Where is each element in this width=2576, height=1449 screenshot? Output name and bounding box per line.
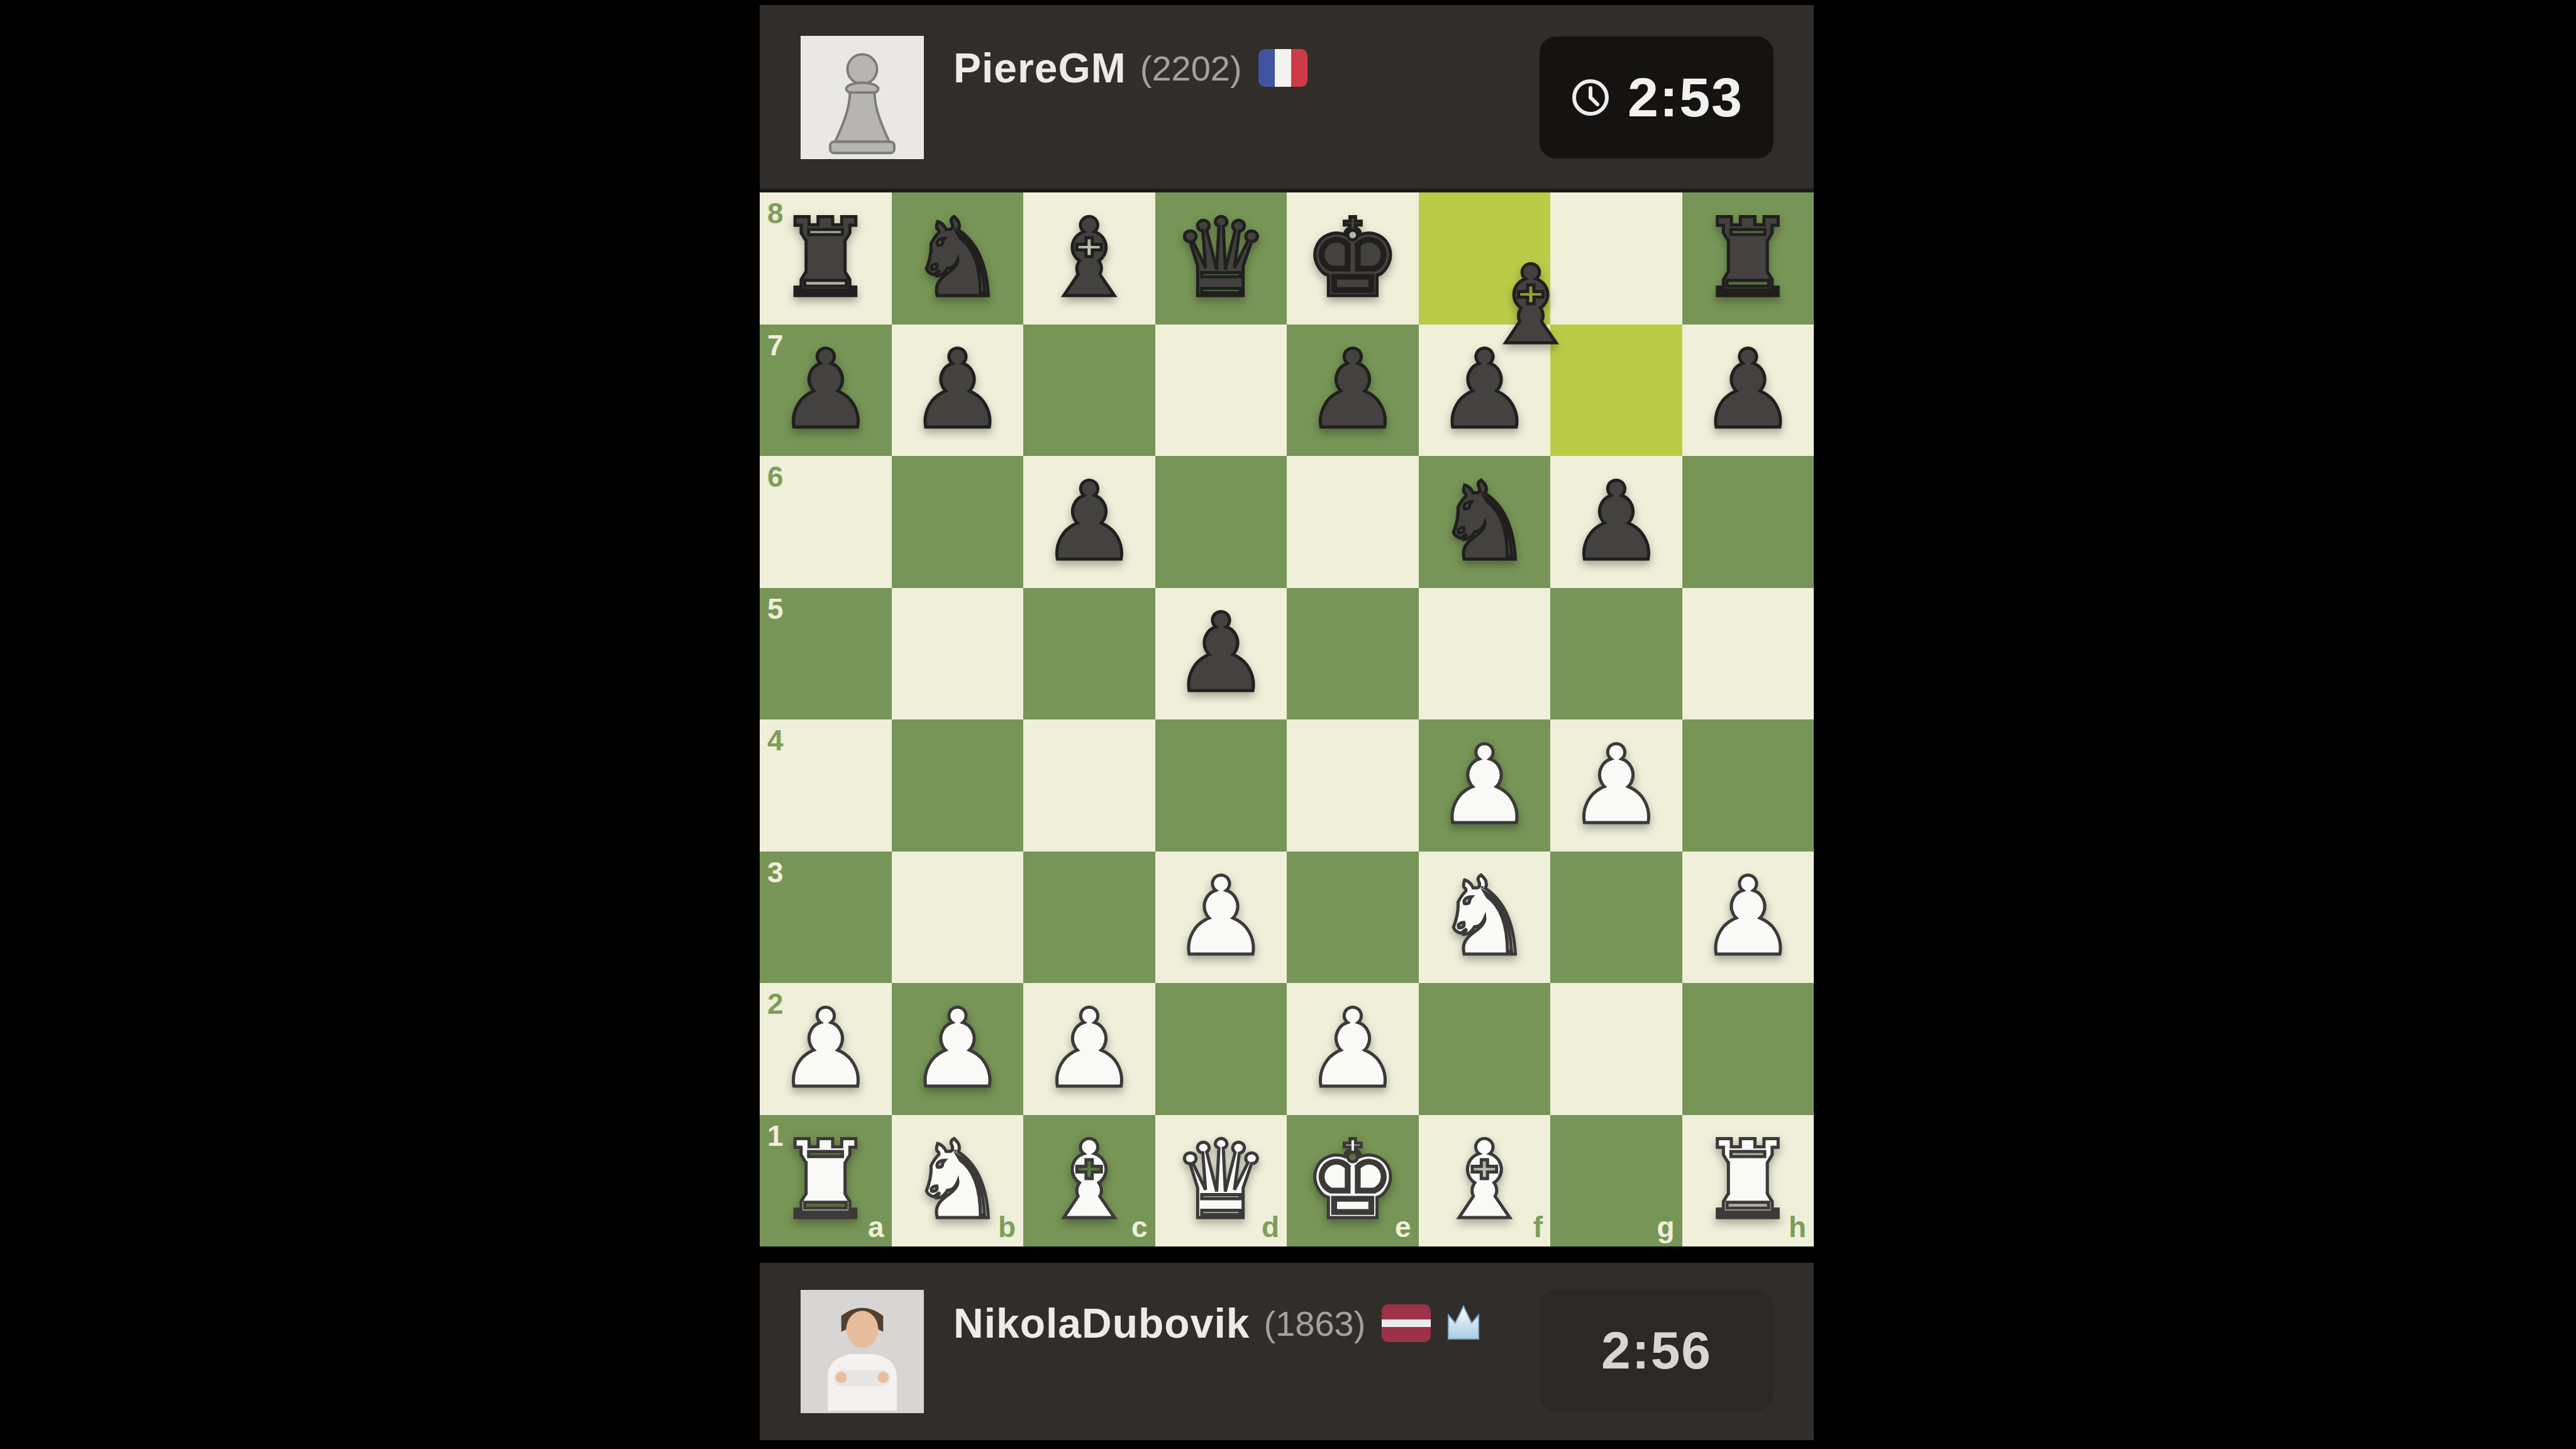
piece-black-knight[interactable]: ♞ [1419,456,1551,588]
square-c3[interactable] [1023,852,1155,984]
square-h4[interactable] [1682,719,1814,852]
top-player-bar: PiereGM (2202) 2:53 [760,5,1814,192]
square-e2[interactable]: ♟ [1287,983,1419,1115]
piece-black-bishop[interactable]: ♝ [1023,192,1155,325]
profile-photo [799,1290,926,1413]
bottom-clock-time: 2:56 [1601,1320,1712,1381]
square-f2[interactable] [1419,983,1551,1115]
square-f4[interactable]: ♟ [1419,719,1551,852]
square-g3[interactable] [1550,852,1682,984]
square-e5[interactable] [1287,588,1419,720]
piece-black-queen[interactable]: ♛ [1155,192,1287,325]
square-d2[interactable] [1155,983,1287,1115]
square-d1[interactable]: d♛ [1155,1115,1287,1247]
square-g4[interactable]: ♟ [1550,719,1682,852]
rank-label-3: 3 [767,858,784,887]
square-e8[interactable]: ♚ [1287,192,1419,325]
square-f3[interactable]: ♞ [1419,852,1551,984]
top-player-info[interactable]: PiereGM (2202) [953,44,1307,92]
square-e1[interactable]: e♚ [1287,1115,1419,1247]
piece-black-pawn[interactable]: ♟ [1682,325,1814,457]
piece-black-knight[interactable]: ♞ [892,192,1024,325]
square-f5[interactable] [1419,588,1551,720]
game-screen: PiereGM (2202) 2:53 8♜♞♝♛♚♜7♟♟♟♟♟6♟♞♟5♟4… [0,0,2576,1449]
bottom-player-info[interactable]: NikolaDubovik (1863) [953,1299,1482,1347]
square-g6[interactable]: ♟ [1550,456,1682,588]
piece-white-pawn[interactable]: ♟ [1287,983,1419,1115]
piece-black-rook[interactable]: ♜ [760,192,892,325]
chess-board: 8♜♞♝♛♚♜7♟♟♟♟♟6♟♞♟5♟4♟♟3♟♞♟2♟♟♟♟1a♜b♞c♝d♛… [760,192,1814,1246]
square-b8[interactable]: ♞ [892,192,1024,325]
piece-white-pawn[interactable]: ♟ [1419,719,1551,852]
piece-black-pawn[interactable]: ♟ [760,325,892,457]
top-clock-time: 2:53 [1628,65,1743,130]
square-b7[interactable]: ♟ [892,325,1024,457]
square-e4[interactable] [1287,719,1419,852]
top-player-rating: (2202) [1140,48,1242,89]
latvia-flag-icon [1382,1304,1431,1342]
crown-badge-icon [1445,1302,1482,1344]
file-label-g: g [1657,1213,1674,1241]
square-g2[interactable] [1550,983,1682,1115]
top-player-clock: 2:53 [1540,36,1774,158]
piece-white-bishop[interactable]: ♝ [1023,1115,1155,1247]
piece-white-king[interactable]: ♚ [1287,1115,1419,1247]
square-a6[interactable]: 6 [760,456,892,588]
square-d8[interactable]: ♛ [1155,192,1287,325]
piece-black-bishop-animating[interactable]: ♝ [1465,240,1597,372]
square-d3[interactable]: ♟ [1155,852,1287,984]
piece-white-pawn[interactable]: ♟ [1682,852,1814,984]
top-player-name: PiereGM [953,44,1126,92]
square-e3[interactable] [1287,852,1419,984]
bottom-player-rating: (1863) [1263,1303,1365,1344]
pawn-avatar-icon [799,36,926,159]
square-g5[interactable] [1550,588,1682,720]
square-d4[interactable] [1155,719,1287,852]
piece-white-pawn[interactable]: ♟ [1550,719,1682,852]
square-c5[interactable] [1023,588,1155,720]
bottom-player-name: NikolaDubovik [953,1299,1250,1347]
piece-white-rook[interactable]: ♜ [1682,1115,1814,1247]
piece-black-pawn[interactable]: ♟ [1287,325,1419,457]
piece-white-pawn[interactable]: ♟ [760,983,892,1115]
top-player-avatar[interactable] [799,36,926,159]
square-b5[interactable] [892,588,1024,720]
bottom-player-clock: 2:56 [1540,1289,1774,1411]
square-b1[interactable]: b♞ [892,1115,1024,1247]
square-a5[interactable]: 5 [760,588,892,720]
square-h1[interactable]: h♜ [1682,1115,1814,1247]
square-h7[interactable]: ♟ [1682,325,1814,457]
square-d5[interactable]: ♟ [1155,588,1287,720]
square-h8[interactable]: ♜ [1682,192,1814,325]
piece-white-knight[interactable]: ♞ [1419,852,1551,984]
square-a3[interactable]: 3 [760,852,892,984]
square-b6[interactable] [892,456,1024,588]
square-f6[interactable]: ♞ [1419,456,1551,588]
square-h6[interactable] [1682,456,1814,588]
bottom-player-bar: NikolaDubovik (1863) [760,1263,1814,1440]
piece-black-rook[interactable]: ♜ [1682,192,1814,325]
clock-icon [1570,77,1611,118]
square-c7[interactable] [1023,325,1155,457]
square-c2[interactable]: ♟ [1023,983,1155,1115]
piece-black-pawn[interactable]: ♟ [1023,456,1155,588]
square-d6[interactable] [1155,456,1287,588]
piece-black-pawn[interactable]: ♟ [1155,588,1287,720]
square-c6[interactable]: ♟ [1023,456,1155,588]
square-h2[interactable] [1682,983,1814,1115]
square-f1[interactable]: f♝ [1419,1115,1551,1247]
piece-white-rook[interactable]: ♜ [760,1115,892,1247]
square-a7[interactable]: 7♟ [760,325,892,457]
square-d7[interactable] [1155,325,1287,457]
piece-white-pawn[interactable]: ♟ [1155,852,1287,984]
square-g1[interactable]: g [1550,1115,1682,1247]
piece-black-king[interactable]: ♚ [1287,192,1419,325]
game-column: PiereGM (2202) 2:53 8♜♞♝♛♚♜7♟♟♟♟♟6♟♞♟5♟4… [760,0,1814,1449]
piece-white-queen[interactable]: ♛ [1155,1115,1287,1247]
square-h3[interactable]: ♟ [1682,852,1814,984]
square-c1[interactable]: c♝ [1023,1115,1155,1247]
france-flag-icon [1258,49,1307,87]
square-b2[interactable]: ♟ [892,983,1024,1115]
rank-label-5: 5 [767,594,784,623]
rank-label-6: 6 [767,462,784,491]
square-h5[interactable] [1682,588,1814,720]
piece-white-pawn[interactable]: ♟ [892,983,1024,1115]
square-b4[interactable] [892,719,1024,852]
square-c4[interactable] [1023,719,1155,852]
square-a8[interactable]: 8♜ [760,192,892,325]
bottom-player-avatar[interactable] [799,1290,926,1413]
square-a4[interactable]: 4 [760,719,892,852]
piece-black-pawn[interactable]: ♟ [892,325,1024,457]
square-a2[interactable]: 2♟ [760,983,892,1115]
square-c8[interactable]: ♝ [1023,192,1155,325]
piece-white-knight[interactable]: ♞ [892,1115,1024,1247]
piece-white-bishop[interactable]: ♝ [1419,1115,1551,1247]
square-a1[interactable]: 1a♜ [760,1115,892,1247]
square-b3[interactable] [892,852,1024,984]
rank-label-4: 4 [767,726,784,755]
piece-black-pawn[interactable]: ♟ [1550,456,1682,588]
piece-white-pawn[interactable]: ♟ [1023,983,1155,1115]
square-e6[interactable] [1287,456,1419,588]
square-e7[interactable]: ♟ [1287,325,1419,457]
